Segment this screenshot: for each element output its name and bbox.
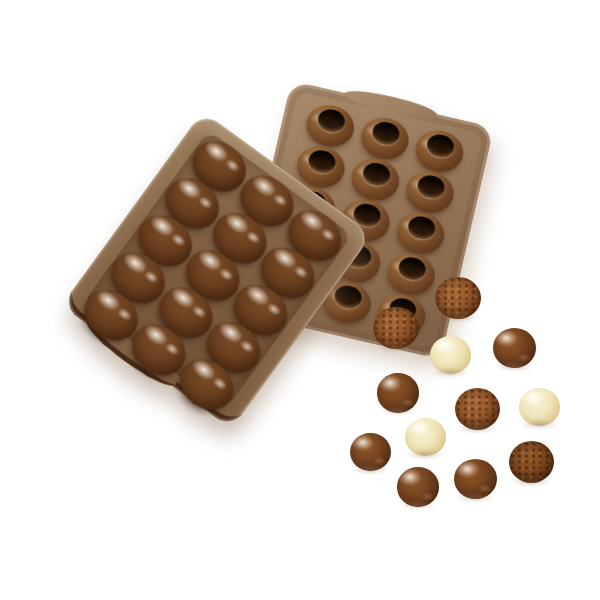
chocolate-ball-dark [493, 328, 536, 368]
mold-cavity-hole [415, 173, 446, 201]
mold-cavity-bump [302, 100, 358, 151]
mold-cavity-bump [357, 113, 413, 164]
mold-cavity-hole [306, 148, 337, 176]
mold-cavity-bump [402, 166, 458, 217]
mold-cavity-hole [333, 283, 364, 311]
mold-cavity-hole [361, 161, 392, 189]
chocolate-ball-white [405, 418, 446, 456]
chocolate-ball-dark [454, 459, 497, 499]
mold-cavity-hole [397, 255, 428, 283]
mold-cavity-bump [347, 154, 403, 205]
mold-cavity-bump [383, 248, 439, 299]
mold-cavity-bump [393, 207, 449, 258]
mold-cavity-hole [316, 107, 347, 135]
chocolate-ball-truffle [435, 277, 481, 320]
chocolate-ball-white [430, 336, 471, 374]
chocolate-ball-dark [377, 373, 419, 412]
mold-cavity-hole [425, 132, 456, 160]
mold-cavity-bump [411, 125, 467, 176]
chocolate-ball-dark [397, 467, 439, 506]
chocolate-ball-truffle [373, 307, 419, 350]
chocolate-ball-dark [350, 433, 391, 471]
product-photo-stage [0, 0, 600, 600]
chocolate-ball-white [519, 388, 560, 426]
chocolate-ball-truffle [455, 388, 500, 430]
mold-cavity-hole [370, 120, 401, 148]
chocolate-ball-truffle [509, 441, 554, 483]
mold-cavity-hole [406, 214, 437, 242]
